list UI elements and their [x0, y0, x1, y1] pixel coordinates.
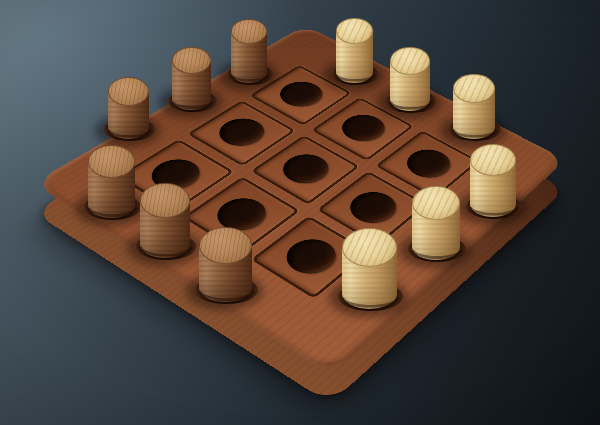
peg-light-2[interactable]	[378, 39, 448, 123]
peg-top-face	[199, 227, 252, 264]
peg-top-face	[140, 183, 190, 218]
peg-top-face	[390, 47, 430, 75]
peg-top-face	[342, 228, 397, 267]
scene	[0, 0, 600, 425]
peg-top-face	[108, 77, 149, 106]
peg-light-6[interactable]	[330, 220, 415, 321]
peg-dark-1[interactable]	[219, 11, 285, 95]
peg-top-face	[412, 186, 460, 220]
peg-dark-6[interactable]	[187, 219, 270, 315]
peg-top-face	[453, 74, 495, 103]
peg-top-face	[172, 47, 211, 74]
peg-top-face	[88, 145, 135, 178]
peg-top-face	[336, 18, 373, 44]
peg-dark-2[interactable]	[160, 39, 229, 123]
peg-top-face	[231, 19, 267, 44]
peg-top-face	[470, 144, 516, 176]
pegs-layer	[0, 0, 600, 425]
